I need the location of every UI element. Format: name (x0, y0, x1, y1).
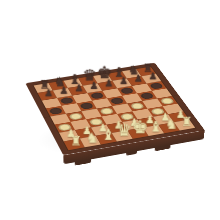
board-foot-left (75, 158, 91, 165)
checker-dark-a5 (49, 107, 63, 115)
board-clasp-latch (127, 150, 138, 155)
piece-light-r-a1: ♜ (70, 135, 81, 148)
piece-dark-p-a7: ♟ (44, 88, 53, 98)
piece-dark-p-f7: ♟ (120, 76, 129, 86)
piece-dark-p-e7: ♟ (105, 79, 114, 89)
piece-dark-p-h7: ♟ (149, 72, 158, 82)
piece-light-k-e1: ♚ (132, 119, 148, 137)
piece-light-r-h1: ♜ (181, 116, 192, 128)
piece-dark-p-g7: ♟ (134, 74, 143, 84)
piece-dark-p-c7: ♟ (75, 84, 84, 94)
piece-light-n-b1: ♞ (86, 131, 98, 145)
board-foot-right (155, 144, 171, 151)
piece-light-b-f1: ♝ (149, 119, 162, 134)
square-c1: ♝ (96, 133, 117, 144)
piece-dark-p-d7: ♟ (90, 81, 99, 91)
piece-light-b-c1: ♝ (102, 127, 115, 142)
checker-light-h4 (160, 97, 175, 104)
product-photo: ♜♞♝♛♚♝♞♜♟♟♟♟♟♟♟♟♟♟♟♟♟♟♟♟♜♞♝♛♚♝♞♜ (0, 0, 220, 220)
piece-light-n-g1: ♞ (165, 117, 177, 130)
piece-dark-p-b7: ♟ (60, 86, 69, 96)
checker-light-b4 (69, 113, 84, 121)
piece-light-q-d1: ♛ (117, 122, 132, 139)
square-b1: ♞ (80, 136, 101, 147)
